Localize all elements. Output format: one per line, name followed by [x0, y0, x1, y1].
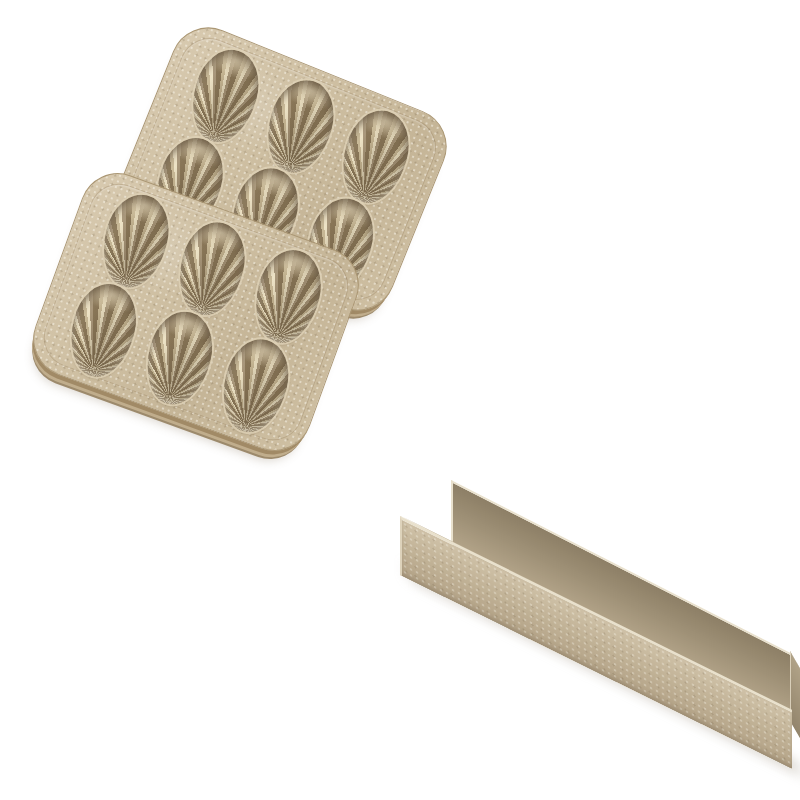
product-photo: [0, 0, 800, 800]
u-channel-baking-mold: [0, 0, 800, 800]
